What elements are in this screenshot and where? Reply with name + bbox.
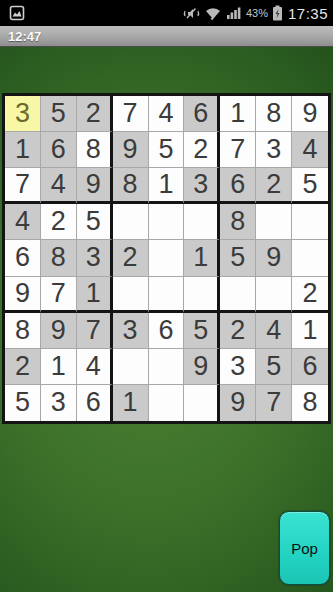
cell-r4c7[interactable]: 8	[220, 204, 256, 240]
cell-r7c7[interactable]: 2	[220, 313, 256, 349]
cell-r6c7[interactable]	[220, 277, 256, 313]
pop-button[interactable]: Pop	[279, 511, 330, 585]
cell-r3c7[interactable]: 6	[220, 168, 256, 204]
cell-r9c1[interactable]: 5	[5, 385, 41, 421]
cell-r5c4[interactable]: 2	[113, 240, 149, 276]
gallery-icon	[9, 5, 25, 21]
battery-percent: 43%	[246, 7, 268, 19]
status-clock: 17:35	[288, 5, 328, 22]
cell-r2c8[interactable]: 3	[256, 132, 292, 168]
cell-r2c5[interactable]: 5	[149, 132, 185, 168]
cell-r4c6[interactable]	[184, 204, 220, 240]
cell-r1c9[interactable]: 9	[292, 96, 328, 132]
cell-r7c4[interactable]: 3	[113, 313, 149, 349]
vibrate-icon	[183, 6, 200, 21]
cell-r3c4[interactable]: 8	[113, 168, 149, 204]
cell-r9c7[interactable]: 9	[220, 385, 256, 421]
cell-r8c5[interactable]	[149, 349, 185, 385]
cell-r7c5[interactable]: 6	[149, 313, 185, 349]
cell-r5c1[interactable]: 6	[5, 240, 41, 276]
cell-r5c6[interactable]: 1	[184, 240, 220, 276]
cell-r8c4[interactable]	[113, 349, 149, 385]
cell-r5c3[interactable]: 3	[77, 240, 113, 276]
cell-r8c3[interactable]: 4	[77, 349, 113, 385]
cell-r5c5[interactable]	[149, 240, 185, 276]
cell-r2c6[interactable]: 2	[184, 132, 220, 168]
cell-r4c8[interactable]	[256, 204, 292, 240]
cell-r9c3[interactable]: 6	[77, 385, 113, 421]
cell-r1c4[interactable]: 7	[113, 96, 149, 132]
pop-button-label: Pop	[291, 540, 318, 557]
cell-r4c9[interactable]	[292, 204, 328, 240]
cell-r2c3[interactable]: 8	[77, 132, 113, 168]
cell-r3c8[interactable]: 2	[256, 168, 292, 204]
battery-icon	[272, 5, 283, 21]
cell-r3c6[interactable]: 3	[184, 168, 220, 204]
cell-r9c9[interactable]: 8	[292, 385, 328, 421]
cell-r2c2[interactable]: 6	[41, 132, 77, 168]
cell-r7c1[interactable]: 8	[5, 313, 41, 349]
cell-r5c8[interactable]: 9	[256, 240, 292, 276]
cell-r8c2[interactable]: 1	[41, 349, 77, 385]
cell-r5c7[interactable]: 5	[220, 240, 256, 276]
cell-r8c7[interactable]: 3	[220, 349, 256, 385]
cell-r6c1[interactable]: 9	[5, 277, 41, 313]
cell-r3c3[interactable]: 9	[77, 168, 113, 204]
cell-r2c7[interactable]: 7	[220, 132, 256, 168]
cell-r5c9[interactable]	[292, 240, 328, 276]
cell-r7c3[interactable]: 7	[77, 313, 113, 349]
sudoku-board: 3527461891689527347498136254258683215997…	[2, 93, 331, 424]
cell-r8c6[interactable]: 9	[184, 349, 220, 385]
cell-r6c5[interactable]	[149, 277, 185, 313]
cell-r1c7[interactable]: 1	[220, 96, 256, 132]
cell-r3c1[interactable]: 7	[5, 168, 41, 204]
cell-r9c6[interactable]	[184, 385, 220, 421]
cell-r8c1[interactable]: 2	[5, 349, 41, 385]
cell-r1c6[interactable]: 6	[184, 96, 220, 132]
cell-r1c8[interactable]: 8	[256, 96, 292, 132]
cell-r6c2[interactable]: 7	[41, 277, 77, 313]
cell-r5c2[interactable]: 8	[41, 240, 77, 276]
cell-r4c3[interactable]: 5	[77, 204, 113, 240]
cell-r3c9[interactable]: 5	[292, 168, 328, 204]
cell-r1c5[interactable]: 4	[149, 96, 185, 132]
signal-icon	[226, 6, 242, 20]
timer-bar: 12:47	[0, 26, 333, 47]
cell-r6c4[interactable]	[113, 277, 149, 313]
wifi-icon	[204, 6, 222, 21]
cell-r7c8[interactable]: 4	[256, 313, 292, 349]
cell-r1c2[interactable]: 5	[41, 96, 77, 132]
cell-r6c6[interactable]	[184, 277, 220, 313]
status-bar: 43% 17:35	[0, 0, 333, 26]
cell-r6c3[interactable]: 1	[77, 277, 113, 313]
cell-r8c9[interactable]: 6	[292, 349, 328, 385]
cell-r9c4[interactable]: 1	[113, 385, 149, 421]
cell-r9c5[interactable]	[149, 385, 185, 421]
cell-r2c1[interactable]: 1	[5, 132, 41, 168]
cell-r1c3[interactable]: 2	[77, 96, 113, 132]
phone-screen: 43% 17:35 12:47 352746189168952734749813…	[0, 0, 333, 592]
cell-r7c2[interactable]: 9	[41, 313, 77, 349]
cell-r6c9[interactable]: 2	[292, 277, 328, 313]
cell-r9c2[interactable]: 3	[41, 385, 77, 421]
cell-r6c8[interactable]	[256, 277, 292, 313]
cell-r4c2[interactable]: 2	[41, 204, 77, 240]
cell-r4c5[interactable]	[149, 204, 185, 240]
cell-r4c1[interactable]: 4	[5, 204, 41, 240]
cell-r8c8[interactable]: 5	[256, 349, 292, 385]
game-timer: 12:47	[8, 29, 41, 44]
cell-r2c9[interactable]: 4	[292, 132, 328, 168]
cell-r2c4[interactable]: 9	[113, 132, 149, 168]
cell-r3c5[interactable]: 1	[149, 168, 185, 204]
cell-r4c4[interactable]	[113, 204, 149, 240]
cell-r1c1[interactable]: 3	[5, 96, 41, 132]
cell-r7c6[interactable]: 5	[184, 313, 220, 349]
cell-r9c8[interactable]: 7	[256, 385, 292, 421]
cell-r3c2[interactable]: 4	[41, 168, 77, 204]
cell-r7c9[interactable]: 1	[292, 313, 328, 349]
